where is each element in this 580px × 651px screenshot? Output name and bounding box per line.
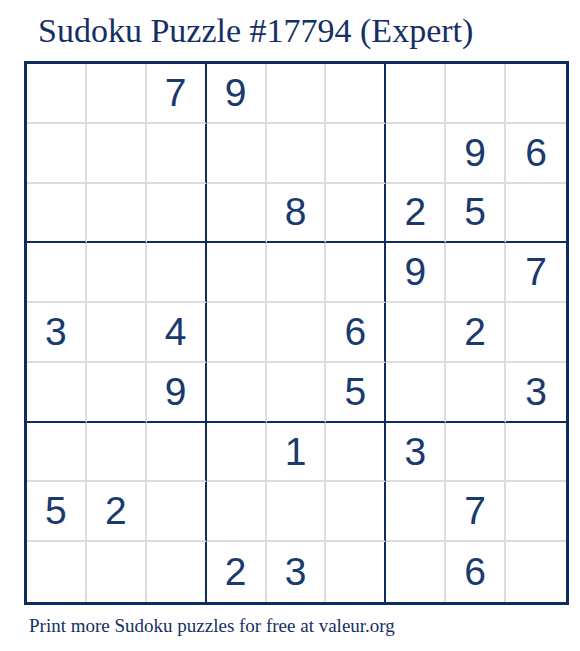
cell-r4c8-empty[interactable] (446, 243, 506, 303)
cell-r2c2-empty[interactable] (87, 124, 147, 184)
cell-r9c5-given: 3 (267, 542, 327, 602)
cell-r8c9-empty[interactable] (506, 482, 566, 542)
cell-r6c1-empty[interactable] (27, 363, 87, 423)
cell-r8c5-empty[interactable] (267, 482, 327, 542)
cell-r6c7-empty[interactable] (386, 363, 446, 423)
cell-r7c7-given: 3 (386, 423, 446, 483)
cell-r2c8-given: 9 (446, 124, 506, 184)
cell-r8c4-empty[interactable] (207, 482, 267, 542)
cell-r5c6-given: 6 (326, 303, 386, 363)
cell-r5c7-empty[interactable] (386, 303, 446, 363)
cell-r7c5-given: 1 (267, 423, 327, 483)
cell-r5c4-empty[interactable] (207, 303, 267, 363)
cell-r4c1-empty[interactable] (27, 243, 87, 303)
cell-r3c4-empty[interactable] (207, 184, 267, 244)
cell-r3c1-empty[interactable] (27, 184, 87, 244)
cell-r7c8-empty[interactable] (446, 423, 506, 483)
cell-r5c5-empty[interactable] (267, 303, 327, 363)
cell-r1c2-empty[interactable] (87, 64, 147, 124)
cell-r6c4-empty[interactable] (207, 363, 267, 423)
footer-text: Print more Sudoku puzzles for free at va… (29, 615, 395, 637)
cell-r6c9-given: 3 (506, 363, 566, 423)
cell-r1c8-empty[interactable] (446, 64, 506, 124)
cell-r9c1-empty[interactable] (27, 542, 87, 602)
cell-r1c9-empty[interactable] (506, 64, 566, 124)
cell-r7c4-empty[interactable] (207, 423, 267, 483)
cell-r2c4-empty[interactable] (207, 124, 267, 184)
cell-r3c5-given: 8 (267, 184, 327, 244)
cell-r5c9-empty[interactable] (506, 303, 566, 363)
cell-r4c2-empty[interactable] (87, 243, 147, 303)
cell-r5c1-given: 3 (27, 303, 87, 363)
cell-r2c9-given: 6 (506, 124, 566, 184)
cell-r9c2-empty[interactable] (87, 542, 147, 602)
cell-r6c3-given: 9 (147, 363, 207, 423)
cell-r3c9-empty[interactable] (506, 184, 566, 244)
cell-r1c4-given: 9 (207, 64, 267, 124)
cell-r9c9-empty[interactable] (506, 542, 566, 602)
cell-r5c8-given: 2 (446, 303, 506, 363)
sudoku-page: Sudoku Puzzle #17794 (Expert) 7996825973… (0, 0, 580, 651)
cell-r8c3-empty[interactable] (147, 482, 207, 542)
cell-r7c6-empty[interactable] (326, 423, 386, 483)
cell-r4c6-empty[interactable] (326, 243, 386, 303)
cell-r6c5-empty[interactable] (267, 363, 327, 423)
puzzle-title: Sudoku Puzzle #17794 (Expert) (38, 12, 473, 50)
cell-r1c3-given: 7 (147, 64, 207, 124)
cell-r8c6-empty[interactable] (326, 482, 386, 542)
cell-r4c7-given: 9 (386, 243, 446, 303)
cell-r6c6-given: 5 (326, 363, 386, 423)
cell-r3c3-empty[interactable] (147, 184, 207, 244)
cell-r3c2-empty[interactable] (87, 184, 147, 244)
cell-r6c8-empty[interactable] (446, 363, 506, 423)
cell-r2c7-empty[interactable] (386, 124, 446, 184)
cell-r4c3-empty[interactable] (147, 243, 207, 303)
cell-r5c3-given: 4 (147, 303, 207, 363)
cell-r9c7-empty[interactable] (386, 542, 446, 602)
cell-r9c6-empty[interactable] (326, 542, 386, 602)
cell-r4c9-given: 7 (506, 243, 566, 303)
cell-r9c3-empty[interactable] (147, 542, 207, 602)
cell-r1c5-empty[interactable] (267, 64, 327, 124)
cell-r3c6-empty[interactable] (326, 184, 386, 244)
cell-r6c2-empty[interactable] (87, 363, 147, 423)
cell-r7c3-empty[interactable] (147, 423, 207, 483)
cell-r9c8-given: 6 (446, 542, 506, 602)
cell-r8c7-empty[interactable] (386, 482, 446, 542)
cell-r2c1-empty[interactable] (27, 124, 87, 184)
cell-r8c1-given: 5 (27, 482, 87, 542)
cell-r8c2-given: 2 (87, 482, 147, 542)
cell-r4c5-empty[interactable] (267, 243, 327, 303)
cell-r2c3-empty[interactable] (147, 124, 207, 184)
sudoku-board: 799682597346295313527236 (24, 61, 569, 605)
cell-r8c8-given: 7 (446, 482, 506, 542)
cell-r2c6-empty[interactable] (326, 124, 386, 184)
cell-r7c9-empty[interactable] (506, 423, 566, 483)
cell-r7c1-empty[interactable] (27, 423, 87, 483)
cell-r7c2-empty[interactable] (87, 423, 147, 483)
cell-r1c1-empty[interactable] (27, 64, 87, 124)
cell-r5c2-empty[interactable] (87, 303, 147, 363)
cell-r9c4-given: 2 (207, 542, 267, 602)
cell-r1c7-empty[interactable] (386, 64, 446, 124)
cell-r3c8-given: 5 (446, 184, 506, 244)
cell-r1c6-empty[interactable] (326, 64, 386, 124)
cell-r2c5-empty[interactable] (267, 124, 327, 184)
cell-r3c7-given: 2 (386, 184, 446, 244)
cell-r4c4-empty[interactable] (207, 243, 267, 303)
